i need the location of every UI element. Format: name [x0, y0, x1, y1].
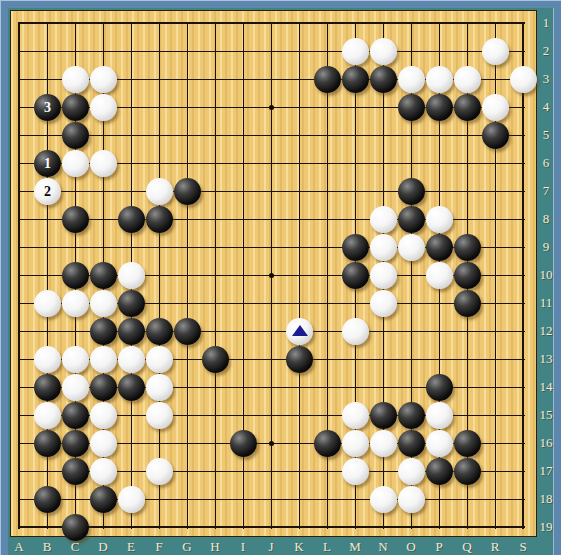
stone-D11[interactable]: [90, 290, 117, 317]
row-label-19: 19: [536, 520, 556, 534]
row-label-10: 10: [536, 268, 556, 282]
stone-H13[interactable]: [202, 346, 229, 373]
col-label-K: K: [289, 540, 309, 554]
frame-highlight-top: [0, 0, 561, 1]
stone-Q9[interactable]: [454, 234, 481, 261]
stone-O17[interactable]: [398, 458, 425, 485]
col-label-D: D: [93, 540, 113, 554]
star-point-J4: [269, 105, 274, 110]
stone-O4[interactable]: [398, 94, 425, 121]
stone-C8[interactable]: [62, 206, 89, 233]
stone-D18[interactable]: [90, 486, 117, 513]
col-label-H: H: [205, 540, 225, 554]
stone-E11[interactable]: [118, 290, 145, 317]
col-label-P: P: [429, 540, 449, 554]
move-number-label: 1: [44, 157, 51, 171]
stone-C16[interactable]: [62, 430, 89, 457]
stone-B11[interactable]: [34, 290, 61, 317]
stone-O16[interactable]: [398, 430, 425, 457]
stone-F15[interactable]: [146, 402, 173, 429]
col-label-B: B: [37, 540, 57, 554]
stone-P17[interactable]: [426, 458, 453, 485]
stone-E8[interactable]: [118, 206, 145, 233]
stone-C11[interactable]: [62, 290, 89, 317]
stone-M10[interactable]: [342, 262, 369, 289]
grid-line-vertical: [522, 22, 524, 529]
stone-Q3[interactable]: [454, 66, 481, 93]
stone-D3[interactable]: [90, 66, 117, 93]
stone-M16[interactable]: [342, 430, 369, 457]
row-label-18: 18: [536, 492, 556, 506]
stone-N18[interactable]: [370, 486, 397, 513]
stone-E12[interactable]: [118, 318, 145, 345]
stone-Q4[interactable]: [454, 94, 481, 121]
stone-M17[interactable]: [342, 458, 369, 485]
row-label-3: 3: [536, 72, 556, 86]
stone-P8[interactable]: [426, 206, 453, 233]
stone-M2[interactable]: [342, 38, 369, 65]
stone-B4[interactable]: 3: [34, 94, 61, 121]
stone-F14[interactable]: [146, 374, 173, 401]
stone-N8[interactable]: [370, 206, 397, 233]
stone-P3[interactable]: [426, 66, 453, 93]
stone-D17[interactable]: [90, 458, 117, 485]
stone-N16[interactable]: [370, 430, 397, 457]
stone-R2[interactable]: [482, 38, 509, 65]
col-label-I: I: [233, 540, 253, 554]
stone-P4[interactable]: [426, 94, 453, 121]
col-label-J: J: [261, 540, 281, 554]
col-label-R: R: [485, 540, 505, 554]
star-point-J10: [269, 273, 274, 278]
stone-S3[interactable]: [510, 66, 537, 93]
stone-C6[interactable]: [62, 150, 89, 177]
stone-F12[interactable]: [146, 318, 173, 345]
stone-F17[interactable]: [146, 458, 173, 485]
row-label-11: 11: [536, 296, 556, 310]
row-label-13: 13: [536, 352, 556, 366]
stone-L3[interactable]: [314, 66, 341, 93]
stone-C5[interactable]: [62, 122, 89, 149]
row-label-12: 12: [536, 324, 556, 338]
stone-O9[interactable]: [398, 234, 425, 261]
stone-C17[interactable]: [62, 458, 89, 485]
stone-R4[interactable]: [482, 94, 509, 121]
stone-B18[interactable]: [34, 486, 61, 513]
stone-M15[interactable]: [342, 402, 369, 429]
stone-D16[interactable]: [90, 430, 117, 457]
stone-P15[interactable]: [426, 402, 453, 429]
stone-P9[interactable]: [426, 234, 453, 261]
stone-Q16[interactable]: [454, 430, 481, 457]
stone-N11[interactable]: [370, 290, 397, 317]
col-label-A: A: [9, 540, 29, 554]
stone-P10[interactable]: [426, 262, 453, 289]
stone-N15[interactable]: [370, 402, 397, 429]
stone-C3[interactable]: [62, 66, 89, 93]
stone-F8[interactable]: [146, 206, 173, 233]
stone-K13[interactable]: [286, 346, 313, 373]
stone-N3[interactable]: [370, 66, 397, 93]
stone-B6[interactable]: 1: [34, 150, 61, 177]
triangle-marker-icon: [292, 325, 308, 336]
stone-O7[interactable]: [398, 178, 425, 205]
col-label-Q: Q: [457, 540, 477, 554]
stone-O8[interactable]: [398, 206, 425, 233]
col-label-N: N: [373, 540, 393, 554]
row-label-8: 8: [536, 212, 556, 226]
stone-Q10[interactable]: [454, 262, 481, 289]
col-label-E: E: [121, 540, 141, 554]
row-label-14: 14: [536, 380, 556, 394]
stone-D6[interactable]: [90, 150, 117, 177]
row-label-16: 16: [536, 436, 556, 450]
stone-P14[interactable]: [426, 374, 453, 401]
stone-F7[interactable]: [146, 178, 173, 205]
stone-N10[interactable]: [370, 262, 397, 289]
stone-M9[interactable]: [342, 234, 369, 261]
row-label-17: 17: [536, 464, 556, 478]
stone-O18[interactable]: [398, 486, 425, 513]
stone-C13[interactable]: [62, 346, 89, 373]
stone-M3[interactable]: [342, 66, 369, 93]
row-label-6: 6: [536, 156, 556, 170]
stone-P16[interactable]: [426, 430, 453, 457]
col-label-C: C: [65, 540, 85, 554]
row-label-15: 15: [536, 408, 556, 422]
stone-R5[interactable]: [482, 122, 509, 149]
stone-K12[interactable]: [286, 318, 313, 345]
row-label-7: 7: [536, 184, 556, 198]
row-label-5: 5: [536, 128, 556, 142]
stone-L16[interactable]: [314, 430, 341, 457]
frame-highlight-left: [0, 0, 1, 555]
stone-Q11[interactable]: [454, 290, 481, 317]
grid-line-horizontal: [18, 526, 525, 528]
row-label-4: 4: [536, 100, 556, 114]
stone-E18[interactable]: [118, 486, 145, 513]
stone-E10[interactable]: [118, 262, 145, 289]
stone-B7[interactable]: 2: [34, 178, 61, 205]
stone-C4[interactable]: [62, 94, 89, 121]
move-number-label: 3: [44, 101, 51, 115]
row-label-1: 1: [536, 16, 556, 30]
stone-D10[interactable]: [90, 262, 117, 289]
stone-N2[interactable]: [370, 38, 397, 65]
col-label-S: S: [513, 540, 533, 554]
col-label-G: G: [177, 540, 197, 554]
row-label-9: 9: [536, 240, 556, 254]
go-board-app: 31212345678910111213141516171819ABCDEFGH…: [0, 0, 561, 555]
stone-E14[interactable]: [118, 374, 145, 401]
stone-C15[interactable]: [62, 402, 89, 429]
col-label-L: L: [317, 540, 337, 554]
col-label-M: M: [345, 540, 365, 554]
stone-B14[interactable]: [34, 374, 61, 401]
stone-B16[interactable]: [34, 430, 61, 457]
col-label-O: O: [401, 540, 421, 554]
stone-C10[interactable]: [62, 262, 89, 289]
star-point-J16: [269, 441, 274, 446]
stone-D14[interactable]: [90, 374, 117, 401]
stone-Q17[interactable]: [454, 458, 481, 485]
stone-D4[interactable]: [90, 94, 117, 121]
stone-D13[interactable]: [90, 346, 117, 373]
move-number-label: 2: [44, 185, 51, 199]
stone-B13[interactable]: [34, 346, 61, 373]
stone-M12[interactable]: [342, 318, 369, 345]
stone-D15[interactable]: [90, 402, 117, 429]
stone-B15[interactable]: [34, 402, 61, 429]
grid-line-vertical: [299, 22, 300, 529]
stone-G12[interactable]: [174, 318, 201, 345]
stone-I16[interactable]: [230, 430, 257, 457]
stone-O3[interactable]: [398, 66, 425, 93]
row-label-2: 2: [536, 44, 556, 58]
stone-G7[interactable]: [174, 178, 201, 205]
stone-C14[interactable]: [62, 374, 89, 401]
col-label-F: F: [149, 540, 169, 554]
stone-C19[interactable]: [62, 514, 89, 541]
stone-D12[interactable]: [90, 318, 117, 345]
stone-F13[interactable]: [146, 346, 173, 373]
stone-E13[interactable]: [118, 346, 145, 373]
stone-N9[interactable]: [370, 234, 397, 261]
stone-O15[interactable]: [398, 402, 425, 429]
